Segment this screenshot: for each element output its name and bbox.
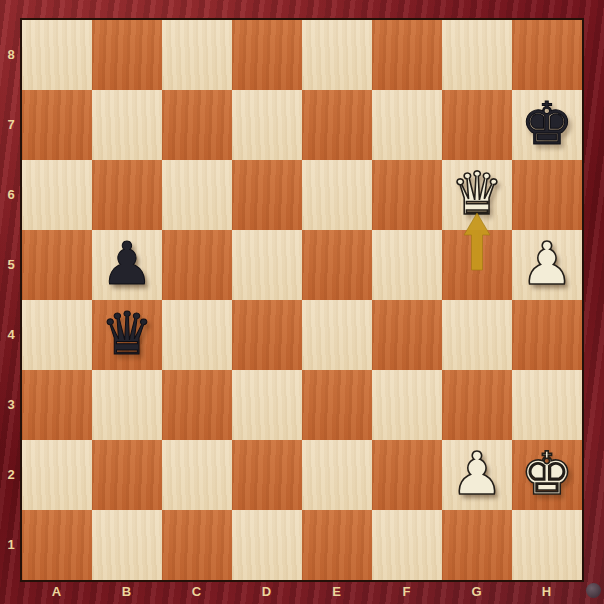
square-g6[interactable]: ♛ bbox=[442, 160, 512, 230]
black-king[interactable]: ♚ bbox=[521, 94, 574, 153]
square-e7[interactable] bbox=[302, 90, 372, 160]
square-h1[interactable] bbox=[512, 510, 582, 580]
square-a6[interactable] bbox=[22, 160, 92, 230]
rank-label-6: 6 bbox=[0, 160, 22, 230]
square-c3[interactable] bbox=[162, 370, 232, 440]
board-frame: ♚♛♟♟♛♟♚ ABCDEFGH 87654321 bbox=[0, 0, 604, 604]
square-b7[interactable] bbox=[92, 90, 162, 160]
square-g1[interactable] bbox=[442, 510, 512, 580]
square-c4[interactable] bbox=[162, 300, 232, 370]
square-h4[interactable] bbox=[512, 300, 582, 370]
square-a8[interactable] bbox=[22, 20, 92, 90]
white-pawn[interactable]: ♟ bbox=[451, 444, 504, 503]
square-g4[interactable] bbox=[442, 300, 512, 370]
square-f5[interactable] bbox=[372, 230, 442, 300]
rank-label-4: 4 bbox=[0, 300, 22, 370]
file-label-a: A bbox=[22, 580, 92, 604]
square-d3[interactable] bbox=[232, 370, 302, 440]
square-c2[interactable] bbox=[162, 440, 232, 510]
file-label-b: B bbox=[92, 580, 162, 604]
file-label-h: H bbox=[512, 580, 582, 604]
square-d5[interactable] bbox=[232, 230, 302, 300]
square-d8[interactable] bbox=[232, 20, 302, 90]
square-a3[interactable] bbox=[22, 370, 92, 440]
square-h8[interactable] bbox=[512, 20, 582, 90]
square-f3[interactable] bbox=[372, 370, 442, 440]
square-h3[interactable] bbox=[512, 370, 582, 440]
corner-dot-icon bbox=[586, 583, 601, 598]
square-g2[interactable]: ♟ bbox=[442, 440, 512, 510]
square-f6[interactable] bbox=[372, 160, 442, 230]
square-e1[interactable] bbox=[302, 510, 372, 580]
square-e6[interactable] bbox=[302, 160, 372, 230]
square-h6[interactable] bbox=[512, 160, 582, 230]
rank-label-5: 5 bbox=[0, 230, 22, 300]
square-h7[interactable]: ♚ bbox=[512, 90, 582, 160]
square-a4[interactable] bbox=[22, 300, 92, 370]
rank-label-3: 3 bbox=[0, 370, 22, 440]
square-g5[interactable] bbox=[442, 230, 512, 300]
square-f8[interactable] bbox=[372, 20, 442, 90]
square-c5[interactable] bbox=[162, 230, 232, 300]
file-label-e: E bbox=[302, 580, 372, 604]
square-e4[interactable] bbox=[302, 300, 372, 370]
square-a7[interactable] bbox=[22, 90, 92, 160]
file-label-c: C bbox=[162, 580, 232, 604]
square-f7[interactable] bbox=[372, 90, 442, 160]
square-b4[interactable]: ♛ bbox=[92, 300, 162, 370]
square-c8[interactable] bbox=[162, 20, 232, 90]
square-d4[interactable] bbox=[232, 300, 302, 370]
square-c6[interactable] bbox=[162, 160, 232, 230]
square-d1[interactable] bbox=[232, 510, 302, 580]
square-g3[interactable] bbox=[442, 370, 512, 440]
file-label-d: D bbox=[232, 580, 302, 604]
square-e8[interactable] bbox=[302, 20, 372, 90]
square-f4[interactable] bbox=[372, 300, 442, 370]
rank-label-2: 2 bbox=[0, 440, 22, 510]
square-a2[interactable] bbox=[22, 440, 92, 510]
square-b5[interactable]: ♟ bbox=[92, 230, 162, 300]
square-f2[interactable] bbox=[372, 440, 442, 510]
square-f1[interactable] bbox=[372, 510, 442, 580]
square-g8[interactable] bbox=[442, 20, 512, 90]
square-b1[interactable] bbox=[92, 510, 162, 580]
rank-label-8: 8 bbox=[0, 20, 22, 90]
square-e3[interactable] bbox=[302, 370, 372, 440]
square-c1[interactable] bbox=[162, 510, 232, 580]
file-label-g: G bbox=[442, 580, 512, 604]
white-queen[interactable]: ♛ bbox=[451, 164, 504, 223]
square-b2[interactable] bbox=[92, 440, 162, 510]
square-c7[interactable] bbox=[162, 90, 232, 160]
black-pawn[interactable]: ♟ bbox=[101, 234, 154, 293]
rank-label-1: 1 bbox=[0, 510, 22, 580]
square-h2[interactable]: ♚ bbox=[512, 440, 582, 510]
white-pawn[interactable]: ♟ bbox=[521, 234, 574, 293]
square-d6[interactable] bbox=[232, 160, 302, 230]
square-g7[interactable] bbox=[442, 90, 512, 160]
square-a1[interactable] bbox=[22, 510, 92, 580]
board: ♚♛♟♟♛♟♚ bbox=[22, 20, 582, 580]
white-king[interactable]: ♚ bbox=[521, 444, 574, 503]
square-d7[interactable] bbox=[232, 90, 302, 160]
square-a5[interactable] bbox=[22, 230, 92, 300]
black-queen[interactable]: ♛ bbox=[101, 304, 154, 363]
square-d2[interactable] bbox=[232, 440, 302, 510]
square-h5[interactable]: ♟ bbox=[512, 230, 582, 300]
square-e2[interactable] bbox=[302, 440, 372, 510]
square-b8[interactable] bbox=[92, 20, 162, 90]
square-e5[interactable] bbox=[302, 230, 372, 300]
square-b6[interactable] bbox=[92, 160, 162, 230]
rank-label-7: 7 bbox=[0, 90, 22, 160]
square-b3[interactable] bbox=[92, 370, 162, 440]
file-label-f: F bbox=[372, 580, 442, 604]
